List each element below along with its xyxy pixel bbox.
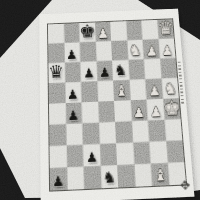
piece-white-pawn: ♟ <box>149 105 161 119</box>
piece-white-king: ♚ <box>163 98 181 118</box>
piece-black-pawn: ♟ <box>67 88 79 101</box>
piece-white-pawn: ♟ <box>97 27 109 40</box>
piece-black-knight: ♞ <box>102 170 117 186</box>
board-photo: ♚♟♛♟♞♟♟♛♟♟♞♟♝♟♞♟♟♟♚♟♟♞♝ ✥ <box>0 0 200 200</box>
chess-board: ♚♟♛♟♞♟♟♛♟♟♞♟♝♟♞♟♟♟♚♟♟♞♝ ✥ <box>39 9 194 200</box>
piece-white-knight: ♞ <box>163 81 177 97</box>
piece-white-bishop: ♝ <box>115 83 129 99</box>
piece-black-queen: ♛ <box>48 63 65 81</box>
piece-white-knight: ♞ <box>129 43 143 58</box>
piece-white-bishop: ♝ <box>153 168 168 184</box>
board-playing-area: ♚♟♛♟♞♟♟♛♟♟♞♟♝♟♞♟♟♟♚♟♟♞♝ <box>47 18 187 191</box>
piece-white-pawn: ♟ <box>148 84 160 97</box>
piece-black-pawn: ♟ <box>99 66 111 79</box>
piece-black-knight: ♞ <box>114 63 128 78</box>
piece-white-pawn: ♟ <box>133 105 145 119</box>
piece-black-pawn: ♟ <box>52 174 65 188</box>
piece-black-pawn: ♟ <box>83 67 95 80</box>
piece-white-pawn: ♟ <box>145 44 157 57</box>
piece-black-pawn: ♟ <box>67 108 79 122</box>
piece-white-queen: ♛ <box>157 19 173 37</box>
piece-white-pawn: ♟ <box>161 43 173 56</box>
piece-black-king: ♚ <box>78 21 95 40</box>
piece-black-pawn: ♟ <box>85 150 98 164</box>
piece-black-pawn: ♟ <box>66 47 78 60</box>
